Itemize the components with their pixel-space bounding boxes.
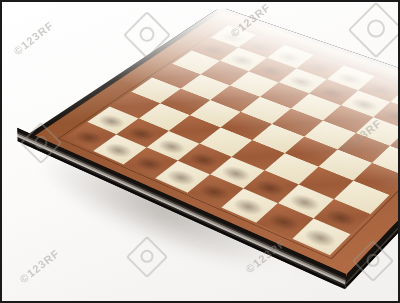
white-bishop-f1: ♝ bbox=[226, 165, 266, 209]
stock-photo-chess-scene: ♜♞♝♛♚♝♞♜♟♟♟♟♟♟♟♟♟♟♟♟♟♟♟♟♜♞♝♛♚♝♞♜ ©123RF©… bbox=[0, 0, 400, 303]
photo-scene: ♜♞♝♛♚♝♞♜♟♟♟♟♟♟♟♟♟♟♟♟♟♟♟♟♜♞♝♛♚♝♞♜ bbox=[2, 2, 398, 301]
white-knight-g1: ♞ bbox=[262, 182, 300, 225]
white-rook-a1: ♜ bbox=[69, 104, 101, 140]
chessboard: ♜♞♝♛♚♝♞♜♟♟♟♟♟♟♟♟♟♟♟♟♟♟♟♟♜♞♝♛♚♝♞♜ bbox=[18, 7, 400, 289]
board-top-face: ♜♞♝♛♚♝♞♜♟♟♟♟♟♟♟♟♟♟♟♟♟♟♟♟♜♞♝♛♚♝♞♜ bbox=[18, 7, 400, 289]
white-rook-h1: ♜ bbox=[299, 200, 335, 240]
